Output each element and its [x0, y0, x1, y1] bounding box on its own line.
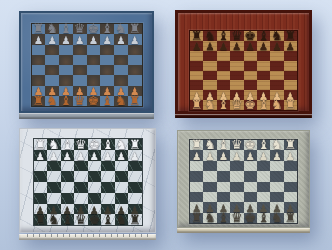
piece-dark-stone-rook: ♜: [284, 211, 296, 224]
square-h3: [128, 193, 142, 204]
square-f2: ♟: [101, 204, 115, 215]
piece-black-marble-knight: ♞: [48, 213, 60, 226]
square-h5: [284, 171, 297, 181]
square-g6: [270, 51, 283, 61]
square-b4: [203, 71, 216, 81]
square-h8: ♜: [128, 139, 142, 150]
square-g4: [270, 71, 283, 81]
square-c2: ♟: [59, 86, 73, 96]
square-h2: ♟: [284, 202, 297, 212]
square-g6: [115, 161, 129, 172]
square-h6: [128, 161, 142, 172]
square-a3: [190, 80, 203, 90]
board-frame: ♜♞♝♛♚♝♞♜♟♟♟♟♟♟♟♟♟♟♟♟♟♟♟♟♜♞♝♛♚♝♞♜: [175, 10, 312, 114]
square-d2: ♟: [73, 86, 87, 96]
square-f8: ♝: [257, 140, 270, 150]
square-f7: ♟: [257, 150, 270, 160]
square-d2: ♟: [74, 204, 88, 215]
square-f8: ♝: [101, 139, 115, 150]
piece-light-wood-knight: ♞: [204, 98, 216, 111]
square-b5: [203, 171, 216, 181]
square-e3: [87, 75, 101, 85]
square-f4: [257, 182, 270, 192]
square-h3: [284, 80, 297, 90]
square-a3: [32, 75, 46, 85]
square-d1: ♛: [73, 96, 87, 106]
carved-frieze-ornament: [25, 234, 150, 237]
square-d6: [230, 51, 243, 61]
square-h4: [128, 182, 142, 193]
square-g4: [115, 182, 129, 193]
piece-light-wood-rook: ♜: [191, 98, 203, 111]
board-edge: [177, 228, 310, 233]
square-h6: [284, 51, 297, 61]
square-e4: [87, 65, 101, 75]
square-f3: [257, 80, 270, 90]
square-d8: ♛: [73, 24, 87, 34]
square-d5: [230, 171, 243, 181]
square-e8: ♚: [244, 31, 257, 41]
square-e1: ♚: [244, 100, 257, 110]
square-e1: ♚: [87, 96, 101, 106]
square-c6: [59, 45, 73, 55]
square-g6: [114, 45, 128, 55]
square-f7: ♟: [101, 150, 115, 161]
square-c8: ♝: [61, 139, 75, 150]
square-b1: ♞: [45, 96, 59, 106]
square-h1: ♜: [128, 96, 142, 106]
square-h8: ♜: [284, 31, 297, 41]
square-e7: ♟: [244, 41, 257, 51]
board-white-marble[interactable]: ♜♞♝♛♚♝♞♜♟♟♟♟♟♟♟♟♟♟♟♟♟♟♟♟♜♞♝♛♚♝♞♜: [19, 128, 156, 240]
square-f2: ♟: [257, 90, 270, 100]
square-e1: ♚: [244, 213, 257, 223]
square-f3: [101, 193, 115, 204]
square-a7: ♟: [190, 150, 203, 160]
square-b8: ♞: [203, 31, 216, 41]
square-e2: ♟: [87, 86, 101, 96]
square-c5: [59, 55, 73, 65]
square-g4: [270, 182, 283, 192]
square-d3: [230, 80, 243, 90]
square-d7: ♟: [74, 150, 88, 161]
square-a5: [32, 55, 46, 65]
square-a1: ♜: [32, 96, 46, 106]
piece-dark-stone-bishop: ♝: [258, 211, 270, 224]
square-g3: [115, 193, 129, 204]
piece-light-wood-queen: ♛: [231, 98, 243, 111]
piece-black-marble-knight: ♞: [115, 213, 127, 226]
square-g8: ♞: [115, 139, 129, 150]
piece-dark-stone-knight: ♞: [271, 211, 283, 224]
square-h6: [128, 45, 142, 55]
square-h4: [284, 182, 297, 192]
square-c8: ♝: [59, 24, 73, 34]
square-c3: [61, 193, 75, 204]
square-f2: ♟: [100, 86, 114, 96]
square-g3: [270, 80, 283, 90]
square-g2: ♟: [270, 202, 283, 212]
square-e5: [244, 61, 257, 71]
square-d8: ♛: [230, 140, 243, 150]
board-blue-metal[interactable]: ♜♞♝♛♚♝♞♜♟♟♟♟♟♟♟♟♟♟♟♟♟♟♟♟♜♞♝♛♚♝♞♜: [19, 11, 154, 119]
piece-light-wood-bishop: ♝: [218, 98, 230, 111]
square-h8: ♜: [128, 24, 142, 34]
square-h1: ♜: [284, 100, 297, 110]
square-c5: [61, 171, 75, 182]
square-c3: [59, 75, 73, 85]
square-b6: [47, 161, 61, 172]
square-b5: [45, 55, 59, 65]
chessboard-squares: ♜♞♝♛♚♝♞♜♟♟♟♟♟♟♟♟♟♟♟♟♟♟♟♟♜♞♝♛♚♝♞♜: [31, 23, 143, 107]
piece-black-marble-rook: ♜: [34, 213, 46, 226]
square-a5: [190, 61, 203, 71]
board-edge: [19, 234, 156, 240]
square-b8: ♞: [203, 140, 216, 150]
square-h3: [128, 75, 142, 85]
square-d1: ♛: [230, 213, 243, 223]
square-f2: ♟: [257, 202, 270, 212]
square-d7: ♟: [230, 150, 243, 160]
square-a8: ♜: [190, 31, 203, 41]
board-gray-stone[interactable]: ♜♞♝♛♚♝♞♜♟♟♟♟♟♟♟♟♟♟♟♟♟♟♟♟♜♞♝♛♚♝♞♜: [177, 130, 310, 233]
square-b1: ♞: [203, 100, 216, 110]
square-a2: ♟: [32, 86, 46, 96]
square-g1: ♞: [270, 213, 283, 223]
square-d6: [73, 45, 87, 55]
square-g5: [114, 55, 128, 65]
square-f1: ♝: [257, 100, 270, 110]
square-e6: [88, 161, 102, 172]
chessboard-squares: ♜♞♝♛♚♝♞♜♟♟♟♟♟♟♟♟♟♟♟♟♟♟♟♟♜♞♝♛♚♝♞♜: [189, 139, 298, 224]
square-a8: ♜: [34, 139, 48, 150]
square-a2: ♟: [190, 202, 203, 212]
square-e2: ♟: [244, 90, 257, 100]
square-a5: [190, 171, 203, 181]
square-g4: [114, 65, 128, 75]
piece-copper-rook: ♜: [129, 94, 141, 107]
square-f3: [100, 75, 114, 85]
square-d6: [230, 161, 243, 171]
square-e8: ♚: [88, 139, 102, 150]
piece-copper-bishop: ♝: [60, 94, 72, 107]
piece-black-marble-bishop: ♝: [61, 213, 73, 226]
square-a6: [190, 51, 203, 61]
piece-copper-rook: ♜: [33, 94, 45, 107]
square-d5: [74, 171, 88, 182]
square-b5: [47, 171, 61, 182]
square-f5: [101, 171, 115, 182]
square-c5: [217, 171, 230, 181]
square-d4: [230, 71, 243, 81]
square-g2: ♟: [270, 90, 283, 100]
square-b3: [203, 80, 216, 90]
square-a8: ♜: [190, 140, 203, 150]
square-f4: [100, 65, 114, 75]
square-b4: [47, 182, 61, 193]
square-e3: [244, 80, 257, 90]
square-b4: [203, 182, 216, 192]
piece-dark-stone-knight: ♞: [204, 211, 216, 224]
square-b3: [45, 75, 59, 85]
square-g1: ♞: [270, 100, 283, 110]
square-h5: [128, 55, 142, 65]
square-h5: [284, 61, 297, 71]
square-b8: ♞: [45, 24, 59, 34]
square-h7: ♟: [284, 41, 297, 51]
square-e3: [244, 192, 257, 202]
piece-copper-knight: ♞: [115, 94, 127, 107]
square-d2: ♟: [230, 90, 243, 100]
square-e4: [88, 182, 102, 193]
square-h1: ♜: [128, 214, 142, 225]
square-f6: [257, 161, 270, 171]
square-e7: ♟: [244, 150, 257, 160]
square-e7: ♟: [87, 34, 101, 44]
square-g3: [114, 75, 128, 85]
square-f4: [101, 182, 115, 193]
square-c8: ♝: [217, 140, 230, 150]
square-c1: ♝: [217, 100, 230, 110]
square-e5: [87, 55, 101, 65]
square-b2: ♟: [45, 86, 59, 96]
piece-light-wood-rook: ♜: [284, 98, 296, 111]
square-c2: ♟: [61, 204, 75, 215]
square-e2: ♟: [88, 204, 102, 215]
square-c8: ♝: [217, 31, 230, 41]
square-a7: ♟: [34, 150, 48, 161]
piece-dark-stone-rook: ♜: [191, 211, 203, 224]
square-c1: ♝: [59, 96, 73, 106]
piece-black-marble-bishop: ♝: [102, 213, 114, 226]
square-g2: ♟: [115, 204, 129, 215]
square-a6: [32, 45, 46, 55]
square-g5: [270, 61, 283, 71]
square-h7: ♟: [128, 34, 142, 44]
square-d8: ♛: [230, 31, 243, 41]
square-a1: ♜: [34, 214, 48, 225]
square-f8: ♝: [257, 31, 270, 41]
square-c4: [59, 65, 73, 75]
square-g3: [270, 192, 283, 202]
square-c6: [217, 161, 230, 171]
square-d2: ♟: [230, 202, 243, 212]
square-f1: ♝: [257, 213, 270, 223]
square-e4: [244, 182, 257, 192]
piece-black-marble-queen: ♛: [75, 213, 87, 226]
square-c2: ♟: [217, 202, 230, 212]
square-b2: ♟: [203, 90, 216, 100]
square-e6: [244, 51, 257, 61]
square-b1: ♞: [47, 214, 61, 225]
square-c7: ♟: [217, 150, 230, 160]
square-h2: ♟: [284, 90, 297, 100]
square-h2: ♟: [128, 204, 142, 215]
square-d5: [73, 55, 87, 65]
square-h5: [128, 171, 142, 182]
square-a4: [34, 182, 48, 193]
square-f5: [257, 61, 270, 71]
square-e8: ♚: [244, 140, 257, 150]
square-f8: ♝: [100, 24, 114, 34]
square-f5: [257, 171, 270, 181]
square-c7: ♟: [217, 41, 230, 51]
square-c7: ♟: [59, 34, 73, 44]
square-e6: [87, 45, 101, 55]
square-f1: ♝: [100, 96, 114, 106]
square-f6: [257, 51, 270, 61]
square-d1: ♛: [230, 100, 243, 110]
square-e8: ♚: [87, 24, 101, 34]
square-f7: ♟: [100, 34, 114, 44]
square-e5: [244, 171, 257, 181]
square-c1: ♝: [61, 214, 75, 225]
square-h4: [284, 71, 297, 81]
square-b8: ♞: [47, 139, 61, 150]
square-f3: [257, 192, 270, 202]
square-a1: ♜: [190, 213, 203, 223]
square-e5: [88, 171, 102, 182]
square-d1: ♛: [74, 214, 88, 225]
square-d5: [230, 61, 243, 71]
square-g7: ♟: [115, 150, 129, 161]
square-g8: ♞: [114, 24, 128, 34]
square-d4: [230, 182, 243, 192]
square-a3: [34, 193, 48, 204]
piece-copper-king: ♚: [88, 94, 100, 107]
board-mahogany-wood[interactable]: ♜♞♝♛♚♝♞♜♟♟♟♟♟♟♟♟♟♟♟♟♟♟♟♟♜♞♝♛♚♝♞♜: [175, 10, 312, 118]
piece-copper-knight: ♞: [46, 94, 58, 107]
piece-dark-stone-queen: ♛: [231, 211, 243, 224]
piece-dark-stone-bishop: ♝: [218, 211, 230, 224]
square-h8: ♜: [284, 140, 297, 150]
piece-black-marble-king: ♚: [88, 213, 100, 226]
square-b7: ♟: [45, 34, 59, 44]
square-a2: ♟: [34, 204, 48, 215]
square-a7: ♟: [32, 34, 46, 44]
square-e3: [88, 193, 102, 204]
square-g7: ♟: [270, 150, 283, 160]
square-d6: [74, 161, 88, 172]
square-a4: [190, 71, 203, 81]
square-h7: ♟: [284, 150, 297, 160]
square-f5: [100, 55, 114, 65]
board-frame: ♜♞♝♛♚♝♞♜♟♟♟♟♟♟♟♟♟♟♟♟♟♟♟♟♜♞♝♛♚♝♞♜: [19, 11, 154, 113]
square-f6: [100, 45, 114, 55]
square-g2: ♟: [114, 86, 128, 96]
square-h6: [284, 161, 297, 171]
piece-dark-stone-king: ♚: [244, 211, 256, 224]
square-c4: [217, 182, 230, 192]
square-e4: [244, 71, 257, 81]
square-c2: ♟: [217, 90, 230, 100]
chessboard-squares: ♜♞♝♛♚♝♞♜♟♟♟♟♟♟♟♟♟♟♟♟♟♟♟♟♜♞♝♛♚♝♞♜: [33, 138, 143, 226]
square-a4: [190, 182, 203, 192]
square-c3: [217, 80, 230, 90]
square-h2: ♟: [128, 86, 142, 96]
piece-copper-queen: ♛: [74, 94, 86, 107]
square-h7: ♟: [128, 150, 142, 161]
square-g1: ♞: [114, 96, 128, 106]
square-b6: [203, 161, 216, 171]
square-b7: ♟: [203, 41, 216, 51]
square-g1: ♞: [115, 214, 129, 225]
square-a6: [34, 161, 48, 172]
square-f7: ♟: [257, 41, 270, 51]
square-d7: ♟: [73, 34, 87, 44]
board-frame: ♜♞♝♛♚♝♞♜♟♟♟♟♟♟♟♟♟♟♟♟♟♟♟♟♜♞♝♛♚♝♞♜: [19, 128, 156, 233]
square-c6: [217, 51, 230, 61]
square-g5: [270, 171, 283, 181]
square-b1: ♞: [203, 213, 216, 223]
square-c1: ♝: [217, 213, 230, 223]
chess-board-gallery: ♜♞♝♛♚♝♞♜♟♟♟♟♟♟♟♟♟♟♟♟♟♟♟♟♜♞♝♛♚♝♞♜ ♜♞♝♛♚♝♞…: [0, 0, 332, 250]
square-g8: ♞: [270, 31, 283, 41]
square-c5: [217, 61, 230, 71]
square-d3: [230, 192, 243, 202]
square-c4: [61, 182, 75, 193]
square-a3: [190, 192, 203, 202]
square-h1: ♜: [284, 213, 297, 223]
square-c6: [61, 161, 75, 172]
square-e2: ♟: [244, 202, 257, 212]
square-g7: ♟: [270, 41, 283, 51]
square-a6: [190, 161, 203, 171]
square-d8: ♛: [74, 139, 88, 150]
square-d4: [74, 182, 88, 193]
board-edge: [175, 114, 312, 118]
square-f1: ♝: [101, 214, 115, 225]
square-b7: ♟: [203, 150, 216, 160]
square-g8: ♞: [270, 140, 283, 150]
square-b5: [203, 61, 216, 71]
square-c4: [217, 71, 230, 81]
square-d7: ♟: [230, 41, 243, 51]
board-frame: ♜♞♝♛♚♝♞♜♟♟♟♟♟♟♟♟♟♟♟♟♟♟♟♟♜♞♝♛♚♝♞♜: [177, 130, 310, 228]
square-b2: ♟: [47, 204, 61, 215]
piece-copper-bishop: ♝: [101, 94, 113, 107]
square-g7: ♟: [114, 34, 128, 44]
square-b7: ♟: [47, 150, 61, 161]
square-e6: [244, 161, 257, 171]
square-h4: [128, 65, 142, 75]
square-a7: ♟: [190, 41, 203, 51]
square-b3: [47, 193, 61, 204]
piece-light-wood-bishop: ♝: [258, 98, 270, 111]
square-a1: ♜: [190, 100, 203, 110]
square-d3: [74, 193, 88, 204]
square-f6: [101, 161, 115, 172]
board-edge: [19, 113, 154, 119]
square-b4: [45, 65, 59, 75]
square-d4: [73, 65, 87, 75]
square-a8: ♜: [32, 24, 46, 34]
piece-black-marble-rook: ♜: [129, 213, 141, 226]
piece-light-wood-king: ♚: [244, 98, 256, 111]
square-b3: [203, 192, 216, 202]
square-a4: [32, 65, 46, 75]
square-g5: [115, 171, 129, 182]
square-c3: [217, 192, 230, 202]
square-d3: [73, 75, 87, 85]
square-g6: [270, 161, 283, 171]
square-a5: [34, 171, 48, 182]
square-h3: [284, 192, 297, 202]
piece-light-wood-knight: ♞: [271, 98, 283, 111]
chessboard-squares: ♜♞♝♛♚♝♞♜♟♟♟♟♟♟♟♟♟♟♟♟♟♟♟♟♜♞♝♛♚♝♞♜: [189, 30, 298, 111]
square-b2: ♟: [203, 202, 216, 212]
square-b6: [203, 51, 216, 61]
